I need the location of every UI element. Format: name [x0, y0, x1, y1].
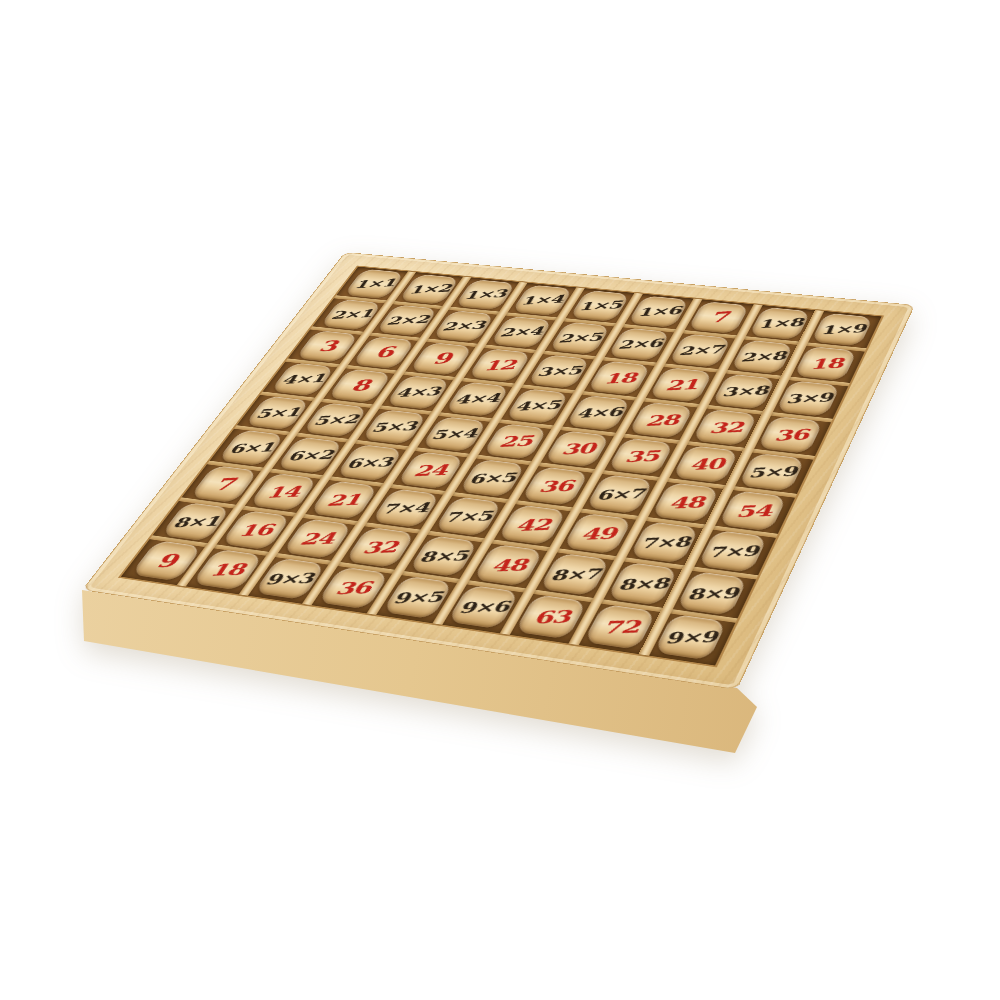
roller-face-label: 24 — [413, 463, 448, 479]
roller-r3-c6[interactable]: 18 — [587, 361, 652, 396]
roller-face-label: 1×8 — [758, 317, 802, 330]
roller-face-label: 9 — [431, 351, 451, 366]
roller-face-label: 6×1 — [228, 441, 274, 455]
roller-face-label: 18 — [809, 356, 842, 371]
roller-r8-c7[interactable]: 8×7 — [539, 553, 611, 596]
roller-r1-c5[interactable]: 1×5 — [569, 290, 631, 322]
roller-r5-c9[interactable]: 5×9 — [738, 453, 806, 492]
roller-face-label: 21 — [665, 377, 698, 392]
roller-r1-c9[interactable]: 1×9 — [811, 313, 874, 347]
roller-face-label: 9×6 — [459, 599, 509, 615]
roller-face-label: 7×4 — [381, 501, 429, 516]
roller-r5-c8[interactable]: 40 — [672, 445, 740, 484]
roller-face-label: 9×9 — [665, 629, 716, 646]
roller-r8-c9[interactable]: 8×9 — [676, 571, 748, 616]
roller-face-label: 4×3 — [395, 385, 440, 398]
roller-face-label: 72 — [602, 618, 639, 636]
roller-face-label: 2×2 — [385, 314, 428, 327]
roller-r2-c5[interactable]: 2×5 — [548, 322, 611, 355]
roller-r7-c7[interactable]: 49 — [563, 513, 633, 554]
roller-r6-c8[interactable]: 48 — [651, 483, 720, 523]
roller-face-label: 36 — [774, 427, 808, 443]
roller-face-label: 2×4 — [499, 325, 543, 338]
roller-face-label: 24 — [299, 530, 335, 546]
roller-face-label: 16 — [238, 522, 274, 538]
roller-face-label: 8×8 — [618, 576, 668, 592]
roller-face-label: 4×1 — [280, 372, 325, 385]
roller-face-label: 6×7 — [596, 487, 644, 502]
roller-face-label: 3×9 — [785, 391, 831, 405]
roller-r7-c9[interactable]: 7×9 — [697, 530, 768, 573]
roller-face-label: 3×8 — [722, 384, 767, 398]
roller-r1-c4[interactable]: 1×4 — [511, 285, 573, 316]
roller-face-label: 8×5 — [419, 548, 468, 563]
roller-face-label: 36 — [335, 579, 372, 596]
roller-r9-c9[interactable]: 9×9 — [653, 614, 727, 661]
roller-r9-c7[interactable]: 63 — [514, 594, 587, 639]
roller-r4-c9[interactable]: 36 — [757, 416, 823, 454]
roller-r5-c5[interactable]: 25 — [482, 423, 549, 460]
roller-face-label: 2×5 — [558, 331, 602, 344]
roller-face-label: 9×3 — [265, 571, 315, 586]
roller-face-label: 7×5 — [444, 509, 492, 524]
roller-r5-c6[interactable]: 30 — [544, 430, 611, 468]
roller-r3-c5[interactable]: 3×5 — [527, 354, 592, 388]
roller-r2-c6[interactable]: 2×6 — [608, 327, 671, 361]
roller-face-label: 18 — [603, 370, 636, 385]
roller-face-label: 8×7 — [550, 566, 600, 582]
roller-face-label: 5×3 — [371, 420, 417, 434]
roller-r6-c7[interactable]: 6×7 — [585, 475, 654, 515]
roller-r3-c7[interactable]: 21 — [649, 367, 714, 402]
roller-r1-c7[interactable]: 7 — [688, 301, 750, 334]
roller-face-label: 32 — [362, 539, 398, 556]
roller-r4-c8[interactable]: 32 — [692, 409, 758, 446]
roller-r8-c8[interactable]: 8×8 — [607, 562, 679, 606]
roller-r1-c6[interactable]: 1×6 — [628, 296, 690, 328]
roller-face-label: 28 — [645, 412, 678, 427]
roller-r4-c6[interactable]: 4×6 — [566, 395, 632, 431]
roller-face-label: 1×1 — [353, 278, 395, 290]
roller-face-label: 12 — [483, 358, 516, 372]
roller-face-label: 8 — [350, 378, 371, 393]
roller-face-label: 7 — [710, 310, 728, 325]
roller-face-label: 2×8 — [740, 350, 785, 363]
roller-r5-c7[interactable]: 35 — [607, 437, 674, 475]
roller-face-label: 48 — [668, 494, 703, 510]
roller-r4-c7[interactable]: 28 — [628, 402, 694, 439]
roller-r9-c6[interactable]: 9×6 — [447, 585, 520, 629]
roller-face-label: 6×3 — [346, 456, 393, 470]
roller-face-label: 4×4 — [455, 392, 500, 406]
roller-face-label: 2×7 — [678, 344, 722, 357]
roller-face-label: 8×1 — [172, 514, 220, 529]
roller-face-label: 3×5 — [537, 365, 582, 378]
roller-face-label: 1×9 — [820, 323, 865, 336]
roller-r9-c8[interactable]: 72 — [583, 604, 657, 650]
roller-r2-c4[interactable]: 2×4 — [489, 316, 552, 349]
roller-r1-c8[interactable]: 1×8 — [749, 307, 812, 340]
roller-r2-c8[interactable]: 2×8 — [731, 340, 795, 374]
roller-r2-c9[interactable]: 18 — [794, 346, 858, 381]
roller-face-label: 5×2 — [312, 413, 358, 427]
roller-face-label: 35 — [624, 448, 658, 464]
roller-face-label: 1×5 — [578, 299, 621, 312]
roller-face-label: 1×3 — [464, 288, 507, 300]
roller-face-label: 1×4 — [521, 294, 564, 307]
roller-face-label: 6×2 — [286, 448, 333, 462]
roller-r6-c5[interactable]: 6×5 — [458, 459, 527, 498]
roller-face-label: 7 — [213, 476, 235, 493]
roller-face-label: 4×5 — [515, 399, 560, 413]
roller-face-label: 5×1 — [255, 406, 300, 419]
roller-r3-c8[interactable]: 3×8 — [712, 374, 777, 410]
roller-face-label: 6×5 — [469, 471, 516, 485]
roller-r7-c8[interactable]: 7×8 — [629, 522, 700, 564]
roller-face-label: 49 — [580, 525, 616, 542]
roller-face-label: 4×6 — [576, 406, 622, 420]
roller-face-label: 2×6 — [618, 338, 662, 351]
roller-face-label: 7×9 — [708, 544, 757, 560]
roller-face-label: 21 — [326, 492, 362, 508]
roller-face-label: 63 — [533, 608, 570, 626]
product-photo-stage: 1×11×21×31×41×51×671×81×92×12×22×32×42×5… — [0, 0, 1000, 1000]
roller-face-label: 40 — [689, 456, 723, 472]
roller-face-label: 18 — [209, 561, 246, 578]
roller-face-label: 2×3 — [442, 320, 485, 333]
board-3d-wrapper: 1×11×21×31×41×51×671×81×92×12×22×32×42×5… — [0, 0, 1000, 1000]
roller-r7-c6[interactable]: 42 — [497, 505, 567, 546]
roller-face-label: 5×4 — [431, 427, 477, 441]
roller-r4-c5[interactable]: 4×5 — [504, 388, 570, 424]
roller-face-label: 5×9 — [748, 465, 796, 480]
roller-face-label: 8×9 — [687, 585, 737, 601]
roller-face-label: 54 — [735, 503, 770, 520]
roller-face-label: 42 — [515, 517, 551, 534]
roller-face-label: 32 — [709, 419, 742, 434]
roller-face-label: 3 — [317, 339, 337, 354]
roller-face-label: 2×1 — [330, 308, 373, 321]
roller-face-label: 9×5 — [393, 589, 443, 605]
roller-r6-c6[interactable]: 36 — [521, 467, 590, 506]
roller-face-label: 14 — [265, 484, 301, 500]
roller-face-label: 9 — [155, 552, 179, 570]
roller-r6-c9[interactable]: 54 — [718, 491, 787, 532]
roller-r3-c9[interactable]: 3×9 — [776, 380, 841, 416]
roller-face-label: 1×6 — [637, 305, 680, 318]
roller-face-label: 7×8 — [640, 535, 689, 550]
roller-face-label: 1×2 — [408, 283, 450, 295]
roller-r2-c7[interactable]: 2×7 — [669, 334, 733, 368]
roller-face-label: 6 — [374, 345, 394, 360]
roller-face-label: 25 — [498, 434, 532, 449]
roller-face-label: 48 — [490, 557, 526, 574]
roller-face-label: 36 — [538, 478, 573, 494]
roller-r8-c6[interactable]: 48 — [473, 544, 545, 587]
roller-face-label: 30 — [561, 441, 595, 457]
